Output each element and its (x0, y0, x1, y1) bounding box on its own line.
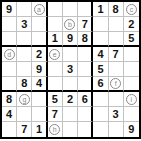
given-digit: 9 (67, 33, 73, 44)
cell-r8c4[interactable]: 7 (48, 107, 63, 122)
cell-r9c7[interactable] (93, 122, 108, 137)
cell-r1c3[interactable]: a (32, 2, 47, 17)
cell-r4c6[interactable] (78, 47, 93, 62)
cell-r2c9[interactable]: 2 (124, 17, 139, 32)
given-digit: 7 (52, 109, 58, 120)
given-digit: 8 (6, 94, 12, 105)
cell-r6c2[interactable]: 8 (17, 77, 32, 92)
cell-r5c4[interactable] (48, 62, 63, 77)
given-digit: 4 (36, 78, 42, 89)
given-digit: 1 (36, 124, 42, 135)
circled-letter-b: b (64, 19, 75, 30)
cell-r7c1[interactable]: 8 (2, 92, 17, 107)
cell-r3c7[interactable] (93, 32, 108, 47)
cell-r2c3[interactable] (32, 17, 47, 32)
cell-r8c3[interactable] (32, 107, 47, 122)
cell-r7c5[interactable]: 2 (63, 92, 78, 107)
circled-letter-a: a (34, 4, 45, 15)
cell-r2c6[interactable]: 7 (78, 17, 93, 32)
cell-r8c8[interactable]: 3 (109, 107, 124, 122)
cell-r8c7[interactable] (93, 107, 108, 122)
cell-r1c7[interactable]: 1 (93, 2, 108, 17)
cell-r7c7[interactable] (93, 92, 108, 107)
circled-letter-d: d (4, 49, 15, 60)
cell-r4c2[interactable] (17, 47, 32, 62)
cell-r5c5[interactable]: 3 (63, 62, 78, 77)
cell-r2c5[interactable]: b (63, 17, 78, 32)
cell-r6c8[interactable]: f (109, 77, 124, 92)
cell-r3c2[interactable] (17, 32, 32, 47)
cell-r9c1[interactable] (2, 122, 17, 137)
cell-r8c9[interactable] (124, 107, 139, 122)
cell-r9c5[interactable] (63, 122, 78, 137)
cell-r5c3[interactable]: 9 (32, 62, 47, 77)
cell-r1c9[interactable]: c (124, 2, 139, 17)
given-digit: 4 (97, 49, 103, 60)
cell-r5c7[interactable]: 5 (93, 62, 108, 77)
cell-r2c8[interactable] (109, 17, 124, 32)
cell-r5c2[interactable] (17, 62, 32, 77)
given-digit: 9 (128, 124, 134, 135)
cell-r9c4[interactable]: h (48, 122, 63, 137)
cell-r9c9[interactable]: 9 (124, 122, 139, 137)
given-digit: 3 (113, 109, 119, 120)
cell-r6c5[interactable] (63, 77, 78, 92)
cell-r1c2[interactable] (17, 2, 32, 17)
circled-letter-e: e (49, 49, 60, 60)
cell-r3c4[interactable]: 1 (48, 32, 63, 47)
given-digit: 9 (36, 64, 42, 75)
cell-r9c2[interactable]: 7 (17, 122, 32, 137)
cell-r2c7[interactable] (93, 17, 108, 32)
cell-r1c4[interactable] (48, 2, 63, 17)
cell-r4c4[interactable]: e (48, 47, 63, 62)
given-digit: 6 (97, 78, 103, 89)
cell-r6c6[interactable] (78, 77, 93, 92)
cell-r7c2[interactable]: g (17, 92, 32, 107)
given-digit: 7 (113, 49, 119, 60)
cell-r5c6[interactable] (78, 62, 93, 77)
given-digit: 3 (67, 64, 73, 75)
given-digit: 7 (21, 124, 27, 135)
given-digit: 8 (82, 33, 88, 44)
cell-r4c3[interactable]: 2 (32, 47, 47, 62)
circled-letter-c: c (126, 4, 137, 15)
circled-letter-f: f (110, 78, 121, 89)
cell-r3c1[interactable] (2, 32, 17, 47)
cell-r8c5[interactable] (63, 107, 78, 122)
given-digit: 1 (97, 4, 103, 15)
cell-r7c6[interactable]: 6 (78, 92, 93, 107)
cell-r4c5[interactable] (63, 47, 78, 62)
given-digit: 3 (21, 19, 27, 30)
given-digit: 5 (97, 64, 103, 75)
cell-r1c8[interactable]: 8 (109, 2, 124, 17)
cell-r7c3[interactable] (32, 92, 47, 107)
cell-r6c9[interactable] (124, 77, 139, 92)
cell-r9c3[interactable]: 1 (32, 122, 47, 137)
cell-r6c3[interactable]: 4 (32, 77, 47, 92)
given-digit: 4 (6, 109, 12, 120)
cell-r6c4[interactable] (48, 77, 63, 92)
given-digit: 1 (52, 33, 58, 44)
cell-r6c7[interactable]: 6 (93, 77, 108, 92)
sudoku-board: 9a18c3b721985d2e47935846f8g526i47371h9 (0, 0, 141, 139)
circled-letter-i: i (126, 94, 137, 105)
given-digit: 2 (67, 94, 73, 105)
cell-r7c9[interactable]: i (124, 92, 139, 107)
cell-r5c9[interactable] (124, 62, 139, 77)
cell-r1c1[interactable]: 9 (2, 2, 17, 17)
cell-r3c9[interactable]: 5 (124, 32, 139, 47)
given-digit: 8 (113, 4, 119, 15)
circled-letter-h: h (49, 124, 60, 135)
cell-r1c6[interactable] (78, 2, 93, 17)
given-digit: 7 (82, 19, 88, 30)
cell-r9c8[interactable] (109, 122, 124, 137)
cell-r4c9[interactable] (124, 47, 139, 62)
cell-r4c8[interactable]: 7 (109, 47, 124, 62)
cell-r5c1[interactable] (2, 62, 17, 77)
cell-r3c8[interactable] (109, 32, 124, 47)
given-digit: 2 (36, 49, 42, 60)
cell-r3c5[interactable]: 9 (63, 32, 78, 47)
cell-r8c1[interactable]: 4 (2, 107, 17, 122)
cell-r4c1[interactable]: d (2, 47, 17, 62)
given-digit: 6 (82, 94, 88, 105)
cell-r7c8[interactable] (109, 92, 124, 107)
cell-r2c2[interactable]: 3 (17, 17, 32, 32)
cell-r4c7[interactable]: 4 (93, 47, 108, 62)
given-digit: 2 (128, 19, 134, 30)
cell-r7c4[interactable]: 5 (48, 92, 63, 107)
cell-r2c1[interactable] (2, 17, 17, 32)
circled-letter-g: g (19, 94, 30, 105)
cell-r2c4[interactable] (48, 17, 63, 32)
cell-r6c1[interactable] (2, 77, 17, 92)
cell-r1c5[interactable] (63, 2, 78, 17)
given-digit: 9 (6, 4, 12, 15)
cell-r8c2[interactable] (17, 107, 32, 122)
cell-r3c3[interactable] (32, 32, 47, 47)
given-digit: 8 (21, 78, 27, 89)
cell-r9c6[interactable] (78, 122, 93, 137)
cell-r8c6[interactable] (78, 107, 93, 122)
given-digit: 5 (52, 94, 58, 105)
cell-r5c8[interactable] (109, 62, 124, 77)
cell-r3c6[interactable]: 8 (78, 32, 93, 47)
given-digit: 5 (128, 33, 134, 44)
